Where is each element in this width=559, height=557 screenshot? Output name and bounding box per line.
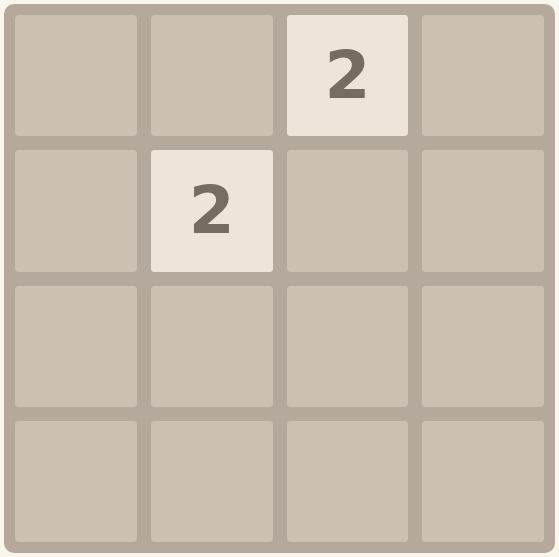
page-2048: { "game": "2048", "grid_size": { "rows":…	[0, 0, 559, 557]
tile-2: 2	[287, 15, 409, 136]
cell-r2c1	[151, 286, 273, 407]
cell-r2c2	[287, 286, 409, 407]
cell-r1c2	[287, 150, 409, 271]
cell-r1c1: 2	[151, 150, 273, 271]
cell-r2c3	[422, 286, 544, 407]
cell-r1c0	[15, 150, 137, 271]
cell-r0c1	[151, 15, 273, 136]
cell-r0c3	[422, 15, 544, 136]
cell-r3c1	[151, 421, 273, 542]
cell-r2c0	[15, 286, 137, 407]
cell-r1c3	[422, 150, 544, 271]
cell-r0c0	[15, 15, 137, 136]
board-2048[interactable]: 2 2	[4, 4, 555, 553]
cell-r3c2	[287, 421, 409, 542]
cell-r3c3	[422, 421, 544, 542]
cell-r0c2: 2	[287, 15, 409, 136]
cell-r3c0	[15, 421, 137, 542]
tile-2: 2	[151, 150, 273, 271]
